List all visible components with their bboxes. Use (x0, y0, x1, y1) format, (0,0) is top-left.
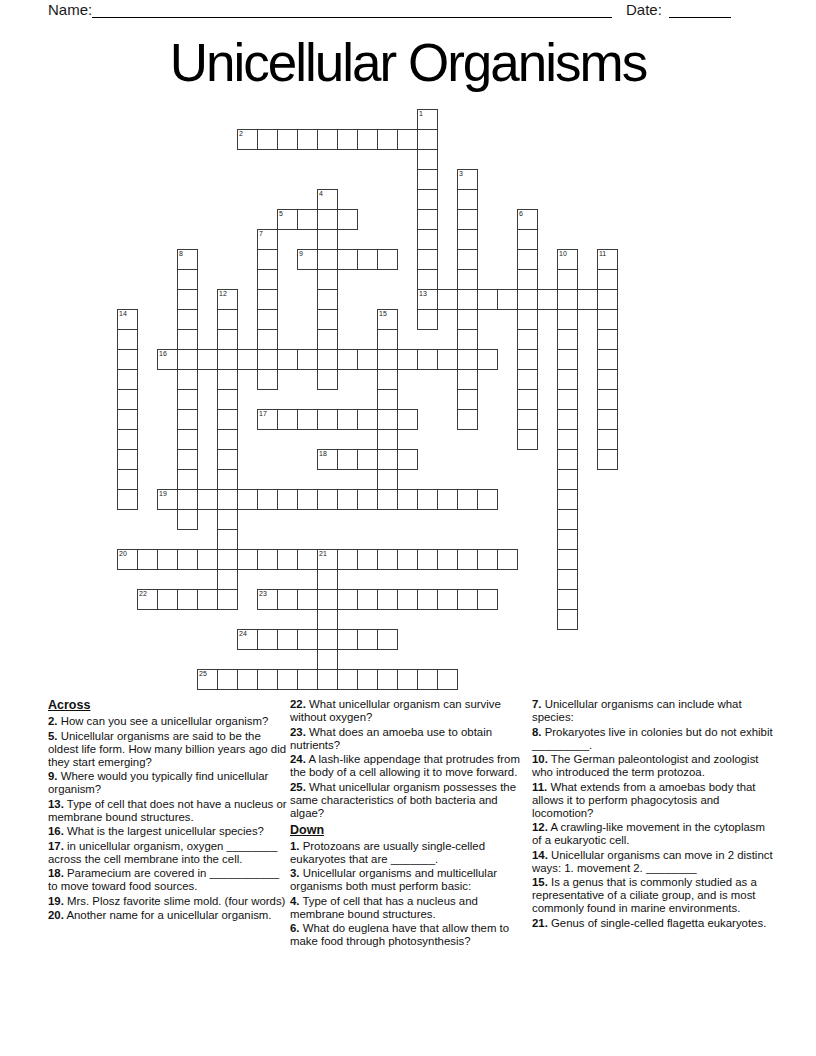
cell-r15-c22[interactable] (557, 409, 578, 430)
cell-r22-c22[interactable] (557, 549, 578, 570)
across-heading: Across (48, 698, 291, 712)
cell-r12-c3[interactable] (177, 349, 198, 370)
cell-r14-c24[interactable] (597, 389, 618, 410)
cell-r5-c17[interactable] (457, 209, 478, 230)
cell-r12-c7[interactable] (257, 349, 278, 370)
cell-r22-c1[interactable] (137, 549, 158, 570)
cell-r18-c22[interactable] (557, 469, 578, 490)
cell-r18-c5[interactable] (217, 469, 238, 490)
cell-r14-c22[interactable] (557, 389, 578, 410)
clue-down-4: 4. Type of cell that has a nucleus and m… (290, 895, 533, 921)
cell-r16-c3[interactable] (177, 429, 198, 450)
cell-r6-c10[interactable] (317, 229, 338, 250)
cell-r28-c11[interactable] (337, 669, 358, 690)
cell-r12-c0[interactable] (117, 349, 138, 370)
cell-r12-c9[interactable] (297, 349, 318, 370)
cell-r16-c20[interactable] (517, 429, 538, 450)
cell-r24-c10[interactable] (317, 589, 338, 610)
cell-r12-c13[interactable] (377, 349, 398, 370)
cell-r19-c10[interactable] (317, 489, 338, 510)
cell-r12-c18[interactable] (477, 349, 498, 370)
clue-number-down-10: 10. (532, 753, 548, 765)
clue-across-9: 9. Where would you typically find unicel… (48, 770, 291, 796)
cell-number-25: 25 (199, 670, 207, 678)
cell-r15-c11[interactable] (337, 409, 358, 430)
clue-number-across-25: 25. (290, 781, 306, 793)
clue-number-across-2: 2. (48, 715, 58, 727)
cell-r26-c11[interactable] (337, 629, 358, 650)
date-blank-line[interactable] (669, 1, 731, 18)
cell-r12-c8[interactable] (277, 349, 298, 370)
cell-r24-c2[interactable] (157, 589, 178, 610)
cell-r22-c4[interactable] (197, 549, 218, 570)
cell-r11-c10[interactable] (317, 329, 338, 350)
cell-r26-c7[interactable] (257, 629, 278, 650)
clue-down-11: 11. What extends from a amoebas body tha… (532, 781, 775, 820)
cell-r22-c18[interactable] (477, 549, 498, 570)
cell-r26-c9[interactable] (297, 629, 318, 650)
cell-r24-c16[interactable] (437, 589, 458, 610)
cell-r9-c21[interactable] (537, 289, 558, 310)
cell-r24-c15[interactable] (417, 589, 438, 610)
cell-r19-c2[interactable]: 19 (157, 489, 178, 510)
cell-r22-c19[interactable] (497, 549, 518, 570)
cell-r0-c15[interactable]: 1 (417, 109, 438, 130)
cell-r19-c5[interactable] (217, 489, 238, 510)
cell-r18-c0[interactable] (117, 469, 138, 490)
cell-r12-c12[interactable] (357, 349, 378, 370)
cell-r11-c7[interactable] (257, 329, 278, 350)
cell-r13-c24[interactable] (597, 369, 618, 390)
cell-r7-c24[interactable]: 11 (597, 249, 618, 270)
cell-number-5: 5 (279, 210, 283, 218)
cell-r22-c5[interactable] (217, 549, 238, 570)
clue-across-20: 20. Another name for a unicellular organ… (48, 909, 291, 922)
cell-r24-c4[interactable] (197, 589, 218, 610)
cell-r23-c10[interactable] (317, 569, 338, 590)
cell-r19-c22[interactable] (557, 489, 578, 510)
cell-r17-c24[interactable] (597, 449, 618, 470)
cell-r12-c4[interactable] (197, 349, 218, 370)
cell-r7-c11[interactable] (337, 249, 358, 270)
cell-r9-c19[interactable] (497, 289, 518, 310)
cell-r14-c5[interactable] (217, 389, 238, 410)
cell-r19-c4[interactable] (197, 489, 218, 510)
cell-r28-c10[interactable] (317, 669, 338, 690)
cell-r1-c10[interactable] (317, 129, 338, 150)
cell-r18-c3[interactable] (177, 469, 198, 490)
cell-r22-c6[interactable] (237, 549, 258, 570)
clue-column-right: 7. Unicellular organisms can include wha… (532, 698, 775, 931)
cell-r24-c13[interactable] (377, 589, 398, 610)
cell-r16-c0[interactable] (117, 429, 138, 450)
cell-r22-c10[interactable]: 21 (317, 549, 338, 570)
cell-r12-c24[interactable] (597, 349, 618, 370)
cell-r1-c12[interactable] (357, 129, 378, 150)
cell-r19-c11[interactable] (337, 489, 358, 510)
cell-r11-c17[interactable] (457, 329, 478, 350)
cell-r12-c11[interactable] (337, 349, 358, 370)
clue-across-16: 16. What is the largest unicellular spec… (48, 825, 291, 838)
cell-r24-c9[interactable] (297, 589, 318, 610)
clue-across-17: 17. in unicellular organism, oxygen ____… (48, 840, 291, 866)
cell-r19-c9[interactable] (297, 489, 318, 510)
cell-r26-c6[interactable]: 24 (237, 629, 258, 650)
cell-r19-c0[interactable] (117, 489, 138, 510)
clue-number-down-12: 12. (532, 821, 548, 833)
clue-number-across-18: 18. (48, 867, 64, 879)
cell-r12-c6[interactable] (237, 349, 258, 370)
cell-r16-c5[interactable] (217, 429, 238, 450)
cell-r9-c20[interactable] (517, 289, 538, 310)
cell-r1-c8[interactable] (277, 129, 298, 150)
cell-r7-c10[interactable] (317, 249, 338, 270)
cell-r25-c10[interactable] (317, 609, 338, 630)
cell-r15-c20[interactable] (517, 409, 538, 430)
cell-r22-c0[interactable]: 20 (117, 549, 138, 570)
cell-r11-c13[interactable] (377, 329, 398, 350)
cell-r15-c10[interactable] (317, 409, 338, 430)
cell-r28-c4[interactable]: 25 (197, 669, 218, 690)
cell-r10-c3[interactable] (177, 309, 198, 330)
cell-r25-c22[interactable] (557, 609, 578, 630)
cell-r10-c20[interactable] (517, 309, 538, 330)
cell-r12-c16[interactable] (437, 349, 458, 370)
cell-r24-c11[interactable] (337, 589, 358, 610)
cell-r7-c7[interactable] (257, 249, 278, 270)
cell-r24-c5[interactable] (217, 589, 238, 610)
cell-r3-c15[interactable] (417, 169, 438, 190)
cell-r11-c0[interactable] (117, 329, 138, 350)
cell-r13-c13[interactable] (377, 369, 398, 390)
cell-r28-c13[interactable] (377, 669, 398, 690)
cell-r10-c22[interactable] (557, 309, 578, 330)
cell-r12-c20[interactable] (517, 349, 538, 370)
cell-r12-c14[interactable] (397, 349, 418, 370)
cell-number-23: 23 (259, 590, 267, 598)
cell-r13-c20[interactable] (517, 369, 538, 390)
cell-number-9: 9 (299, 250, 303, 258)
cell-r24-c8[interactable] (277, 589, 298, 610)
cell-r22-c13[interactable] (377, 549, 398, 570)
puzzle-title: Unicellular Organisms (0, 32, 816, 93)
clue-number-down-6: 6. (290, 922, 300, 934)
cell-r13-c7[interactable] (257, 369, 278, 390)
cell-r15-c0[interactable] (117, 409, 138, 430)
cell-r17-c10[interactable]: 18 (317, 449, 338, 470)
cell-r10-c5[interactable] (217, 309, 238, 330)
cell-r22-c3[interactable] (177, 549, 198, 570)
cell-r10-c13[interactable]: 15 (377, 309, 398, 330)
cell-r13-c0[interactable] (117, 369, 138, 390)
cell-r10-c17[interactable] (457, 309, 478, 330)
cell-r22-c15[interactable] (417, 549, 438, 570)
cell-r5-c20[interactable]: 6 (517, 209, 538, 230)
cell-r19-c12[interactable] (357, 489, 378, 510)
cell-r15-c17[interactable] (457, 409, 478, 430)
cell-r28-c8[interactable] (277, 669, 298, 690)
cell-r1-c14[interactable] (397, 129, 418, 150)
cell-r24-c18[interactable] (477, 589, 498, 610)
cell-r26-c13[interactable] (377, 629, 398, 650)
cell-r16-c24[interactable] (597, 429, 618, 450)
cell-r10-c24[interactable] (597, 309, 618, 330)
clue-across-22: 22. What unicellular organism can surviv… (290, 698, 533, 724)
cell-r14-c13[interactable] (377, 389, 398, 410)
clue-number-down-21: 21. (532, 917, 548, 929)
clue-number-across-13: 13. (48, 798, 64, 810)
cell-r8-c20[interactable] (517, 269, 538, 290)
cell-r14-c17[interactable] (457, 389, 478, 410)
cell-r18-c13[interactable] (377, 469, 398, 490)
cell-r14-c3[interactable] (177, 389, 198, 410)
cell-r3-c17[interactable]: 3 (457, 169, 478, 190)
cell-r22-c16[interactable] (437, 549, 458, 570)
cell-r22-c11[interactable] (337, 549, 358, 570)
cell-r19-c6[interactable] (237, 489, 258, 510)
clue-number-across-20: 20. (48, 909, 64, 921)
cell-r19-c13[interactable] (377, 489, 398, 510)
clue-across-18: 18. Paramecium are covered in __________… (48, 867, 291, 893)
cell-r15-c9[interactable] (297, 409, 318, 430)
cell-r19-c15[interactable] (417, 489, 438, 510)
cell-r24-c1[interactable]: 22 (137, 589, 158, 610)
cell-r17-c12[interactable] (357, 449, 378, 470)
cell-r17-c0[interactable] (117, 449, 138, 470)
cell-r9-c10[interactable] (317, 289, 338, 310)
cell-r9-c17[interactable] (457, 289, 478, 310)
cell-number-4: 4 (319, 190, 323, 198)
cell-r24-c12[interactable] (357, 589, 378, 610)
cell-r22-c14[interactable] (397, 549, 418, 570)
cell-r8-c17[interactable] (457, 269, 478, 290)
clue-number-across-16: 16. (48, 825, 64, 837)
cell-r17-c11[interactable] (337, 449, 358, 470)
cell-r6-c20[interactable] (517, 229, 538, 250)
clue-down-14: 14. Unicellular organisms can move in 2 … (532, 849, 775, 875)
cell-r9-c3[interactable] (177, 289, 198, 310)
cell-r5-c10[interactable] (317, 209, 338, 230)
cell-r28-c14[interactable] (397, 669, 418, 690)
cell-r24-c22[interactable] (557, 589, 578, 610)
cell-r11-c3[interactable] (177, 329, 198, 350)
cell-r8-c7[interactable] (257, 269, 278, 290)
cell-r17-c22[interactable] (557, 449, 578, 470)
clue-down-10: 10. The German paleontologist and zoolog… (532, 753, 775, 779)
cell-r4-c15[interactable] (417, 189, 438, 210)
cell-r7-c3[interactable]: 8 (177, 249, 198, 270)
cell-r9-c23[interactable] (577, 289, 598, 310)
cell-r11-c24[interactable] (597, 329, 618, 350)
cell-r7-c15[interactable] (417, 249, 438, 270)
cell-r13-c10[interactable] (317, 369, 338, 390)
cell-r6-c7[interactable]: 7 (257, 229, 278, 250)
cell-r24-c14[interactable] (397, 589, 418, 610)
cell-r9-c16[interactable] (437, 289, 458, 310)
cell-number-17: 17 (259, 410, 267, 418)
cell-r28-c9[interactable] (297, 669, 318, 690)
cell-r12-c5[interactable] (217, 349, 238, 370)
cell-r28-c16[interactable] (437, 669, 458, 690)
cell-r15-c8[interactable] (277, 409, 298, 430)
cell-r10-c7[interactable] (257, 309, 278, 330)
clue-across-25: 25. What unicellular organism possesses … (290, 781, 533, 820)
date-label: Date: (626, 1, 662, 18)
cell-r26-c12[interactable] (357, 629, 378, 650)
cell-r14-c20[interactable] (517, 389, 538, 410)
cell-r17-c13[interactable] (377, 449, 398, 470)
cell-r7-c22[interactable]: 10 (557, 249, 578, 270)
cell-r10-c0[interactable]: 14 (117, 309, 138, 330)
cell-r4-c10[interactable]: 4 (317, 189, 338, 210)
cell-r15-c14[interactable] (397, 409, 418, 430)
cell-r5-c11[interactable] (337, 209, 358, 230)
cell-r12-c15[interactable] (417, 349, 438, 370)
cell-r1-c7[interactable] (257, 129, 278, 150)
cell-r28-c5[interactable] (217, 669, 238, 690)
cell-r26-c8[interactable] (277, 629, 298, 650)
cell-r14-c0[interactable] (117, 389, 138, 410)
cell-r9-c22[interactable] (557, 289, 578, 310)
cell-r15-c13[interactable] (377, 409, 398, 430)
cell-r28-c7[interactable] (257, 669, 278, 690)
cell-r21-c5[interactable] (217, 529, 238, 550)
cell-r9-c18[interactable] (477, 289, 498, 310)
cell-r9-c5[interactable]: 12 (217, 289, 238, 310)
cell-r11-c22[interactable] (557, 329, 578, 350)
cell-number-13: 13 (419, 290, 427, 298)
cell-r9-c15[interactable]: 13 (417, 289, 438, 310)
clue-across-19: 19. Mrs. Plosz favorite slime mold. (fou… (48, 895, 291, 908)
cell-r24-c7[interactable]: 23 (257, 589, 278, 610)
down-heading: Down (290, 823, 533, 837)
cell-r22-c7[interactable] (257, 549, 278, 570)
cell-r8-c10[interactable] (317, 269, 338, 290)
cell-r8-c15[interactable] (417, 269, 438, 290)
clue-down-3: 3. Unicellular organisms and multicellul… (290, 867, 533, 893)
cell-r7-c13[interactable] (377, 249, 398, 270)
cell-r7-c20[interactable] (517, 249, 538, 270)
cell-r8-c22[interactable] (557, 269, 578, 290)
cell-r11-c5[interactable] (217, 329, 238, 350)
cell-r5-c9[interactable] (297, 209, 318, 230)
name-blank-line[interactable] (92, 1, 612, 18)
cell-r13-c17[interactable] (457, 369, 478, 390)
cell-number-10: 10 (559, 250, 567, 258)
cell-r28-c6[interactable] (237, 669, 258, 690)
cell-r24-c3[interactable] (177, 589, 198, 610)
cell-r9-c24[interactable] (597, 289, 618, 310)
cell-r6-c17[interactable] (457, 229, 478, 250)
cell-r1-c13[interactable] (377, 129, 398, 150)
cell-r19-c8[interactable] (277, 489, 298, 510)
cell-r13-c22[interactable] (557, 369, 578, 390)
clue-down-15: 15. Is a genus that is commonly studied … (532, 876, 775, 915)
cell-r22-c9[interactable] (297, 549, 318, 570)
cell-r15-c3[interactable] (177, 409, 198, 430)
cell-r12-c17[interactable] (457, 349, 478, 370)
clue-number-across-23: 23. (290, 726, 306, 738)
cell-r19-c3[interactable] (177, 489, 198, 510)
cell-r15-c12[interactable] (357, 409, 378, 430)
cell-r1-c15[interactable] (417, 129, 438, 150)
cell-number-11: 11 (599, 250, 606, 258)
cell-r5-c8[interactable]: 5 (277, 209, 298, 230)
cell-r19-c14[interactable] (397, 489, 418, 510)
cell-r12-c2[interactable]: 16 (157, 349, 178, 370)
cell-r6-c15[interactable] (417, 229, 438, 250)
cell-r13-c5[interactable] (217, 369, 238, 390)
cell-r26-c10[interactable] (317, 629, 338, 650)
cell-r19-c17[interactable] (457, 489, 478, 510)
cell-number-6: 6 (519, 210, 523, 218)
cell-r15-c7[interactable]: 17 (257, 409, 278, 430)
cell-r8-c3[interactable] (177, 269, 198, 290)
cell-r15-c24[interactable] (597, 409, 618, 430)
cell-r22-c12[interactable] (357, 549, 378, 570)
cell-r1-c6[interactable]: 2 (237, 129, 258, 150)
clue-number-down-7: 7. (532, 698, 542, 710)
cell-r23-c22[interactable] (557, 569, 578, 590)
cell-r7-c17[interactable] (457, 249, 478, 270)
cell-number-14: 14 (119, 310, 127, 318)
cell-r24-c17[interactable] (457, 589, 478, 610)
cell-r1-c9[interactable] (297, 129, 318, 150)
cell-r2-c15[interactable] (417, 149, 438, 170)
cell-r28-c12[interactable] (357, 669, 378, 690)
clue-across-23: 23. What does an amoeba use to obtain nu… (290, 726, 533, 752)
cell-r12-c10[interactable] (317, 349, 338, 370)
cell-r1-c11[interactable] (337, 129, 358, 150)
cell-r19-c18[interactable] (477, 489, 498, 510)
cell-r11-c20[interactable] (517, 329, 538, 350)
cell-r23-c5[interactable] (217, 569, 238, 590)
cell-r21-c22[interactable] (557, 529, 578, 550)
cell-r17-c3[interactable] (177, 449, 198, 470)
cell-number-3: 3 (459, 170, 463, 178)
cell-r8-c24[interactable] (597, 269, 618, 290)
cell-r20-c5[interactable] (217, 509, 238, 530)
cell-r28-c15[interactable] (417, 669, 438, 690)
cell-r7-c9[interactable]: 9 (297, 249, 318, 270)
cell-r22-c2[interactable] (157, 549, 178, 570)
cell-r10-c10[interactable] (317, 309, 338, 330)
cell-r10-c15[interactable] (417, 309, 438, 330)
cell-r16-c13[interactable] (377, 429, 398, 450)
cell-r22-c17[interactable] (457, 549, 478, 570)
cell-r20-c3[interactable] (177, 509, 198, 530)
cell-r19-c7[interactable] (257, 489, 278, 510)
cell-r27-c10[interactable] (317, 649, 338, 670)
cell-r4-c17[interactable] (457, 189, 478, 210)
cell-r22-c8[interactable] (277, 549, 298, 570)
cell-r12-c22[interactable] (557, 349, 578, 370)
cell-r15-c5[interactable] (217, 409, 238, 430)
cell-number-24: 24 (239, 630, 247, 638)
cell-r9-c7[interactable] (257, 289, 278, 310)
cell-r19-c16[interactable] (437, 489, 458, 510)
cell-r16-c22[interactable] (557, 429, 578, 450)
cell-r20-c22[interactable] (557, 509, 578, 530)
cell-r13-c3[interactable] (177, 369, 198, 390)
clue-number-across-17: 17. (48, 840, 64, 852)
cell-r17-c5[interactable] (217, 449, 238, 470)
cell-r17-c14[interactable] (397, 449, 418, 470)
cell-r5-c15[interactable] (417, 209, 438, 230)
cell-number-7: 7 (259, 230, 263, 238)
cell-r7-c12[interactable] (357, 249, 378, 270)
cell-number-19: 19 (159, 490, 167, 498)
